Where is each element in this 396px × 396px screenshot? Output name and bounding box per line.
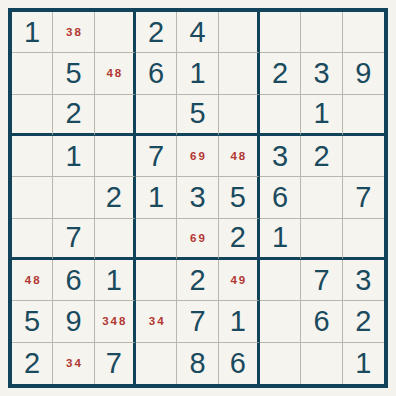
cell-r5c7[interactable]: 6 [260, 177, 301, 218]
cell-r5c8[interactable] [301, 177, 342, 218]
given-digit: 2 [65, 99, 81, 128]
cell-r5c4[interactable]: 1 [136, 177, 177, 218]
cell-r8c2[interactable]: 9 [53, 301, 94, 342]
cell-r7c2[interactable]: 6 [53, 260, 94, 301]
cell-r6c6[interactable]: 2 [219, 219, 260, 260]
cell-r7c1[interactable]: 48 [12, 260, 53, 301]
cell-r2c2[interactable]: 5 [53, 53, 94, 94]
cell-r2c1[interactable] [12, 53, 53, 94]
given-digit: 1 [148, 183, 164, 212]
given-digit: 7 [189, 307, 205, 336]
given-digit: 2 [272, 59, 288, 88]
cell-r1c4[interactable]: 2 [136, 12, 177, 53]
cell-r6c7[interactable]: 1 [260, 219, 301, 260]
given-digit: 6 [272, 183, 288, 212]
given-digit: 9 [65, 307, 81, 336]
cell-r3c7[interactable] [260, 95, 301, 136]
cell-r4c1[interactable] [12, 136, 53, 177]
pencil-marks: 34 [149, 315, 166, 327]
cell-r3c5[interactable]: 5 [177, 95, 218, 136]
cell-r1c8[interactable] [301, 12, 342, 53]
cell-r8c9[interactable]: 2 [343, 301, 384, 342]
cell-r7c8[interactable]: 7 [301, 260, 342, 301]
cell-r5c6[interactable]: 5 [219, 177, 260, 218]
cell-r6c3[interactable] [95, 219, 136, 260]
cell-r1c9[interactable] [343, 12, 384, 53]
cell-r3c6[interactable] [219, 95, 260, 136]
given-digit: 3 [313, 59, 329, 88]
cell-r2c9[interactable]: 9 [343, 53, 384, 94]
given-digit: 2 [313, 142, 329, 171]
cell-r9c8[interactable] [301, 343, 342, 384]
given-digit: 3 [272, 142, 288, 171]
cell-r9c3[interactable]: 7 [95, 343, 136, 384]
cell-r9c2[interactable]: 34 [53, 343, 94, 384]
cell-r4c8[interactable]: 2 [301, 136, 342, 177]
given-digit: 2 [24, 349, 40, 378]
cell-r4c3[interactable] [95, 136, 136, 177]
cell-r1c1[interactable]: 1 [12, 12, 53, 53]
cell-r2c5[interactable]: 1 [177, 53, 218, 94]
cell-r8c6[interactable]: 1 [219, 301, 260, 342]
cell-r8c1[interactable]: 5 [12, 301, 53, 342]
cell-r1c3[interactable] [95, 12, 136, 53]
cell-r3c2[interactable]: 2 [53, 95, 94, 136]
cell-r2c6[interactable] [219, 53, 260, 94]
given-digit: 9 [355, 59, 371, 88]
given-digit: 6 [148, 59, 164, 88]
given-digit: 7 [65, 223, 81, 252]
given-digit: 5 [189, 99, 205, 128]
cell-r9c1[interactable]: 2 [12, 343, 53, 384]
given-digit: 6 [230, 349, 246, 378]
cell-r3c8[interactable]: 1 [301, 95, 342, 136]
cell-r2c7[interactable]: 2 [260, 53, 301, 94]
cell-r4c7[interactable]: 3 [260, 136, 301, 177]
cell-r6c9[interactable] [343, 219, 384, 260]
cell-r5c2[interactable] [53, 177, 94, 218]
cell-r3c4[interactable] [136, 95, 177, 136]
given-digit: 1 [106, 266, 122, 295]
cell-r7c5[interactable]: 2 [177, 260, 218, 301]
pencil-marks: 38 [66, 26, 83, 38]
cell-r6c4[interactable] [136, 219, 177, 260]
cell-r9c7[interactable] [260, 343, 301, 384]
cell-r6c2[interactable]: 7 [53, 219, 94, 260]
given-digit: 3 [355, 266, 371, 295]
given-digit: 5 [230, 183, 246, 212]
given-digit: 2 [230, 223, 246, 252]
given-digit: 2 [355, 307, 371, 336]
cell-r8c4[interactable]: 34 [136, 301, 177, 342]
given-digit: 6 [65, 266, 81, 295]
cell-r7c9[interactable]: 3 [343, 260, 384, 301]
cell-r6c1[interactable] [12, 219, 53, 260]
given-digit: 3 [189, 183, 205, 212]
pencil-marks: 49 [230, 274, 247, 286]
cell-r1c5[interactable]: 4 [177, 12, 218, 53]
cell-r4c4[interactable]: 7 [136, 136, 177, 177]
cell-r7c3[interactable]: 1 [95, 260, 136, 301]
cell-r8c7[interactable] [260, 301, 301, 342]
cell-r9c6[interactable]: 6 [219, 343, 260, 384]
cell-r5c1[interactable] [12, 177, 53, 218]
cell-r1c7[interactable] [260, 12, 301, 53]
given-digit: 7 [313, 266, 329, 295]
pencil-marks: 348 [102, 315, 127, 327]
given-digit: 5 [24, 307, 40, 336]
cell-r4c5[interactable]: 69 [177, 136, 218, 177]
cell-r5c3[interactable]: 2 [95, 177, 136, 218]
given-digit: 1 [230, 307, 246, 336]
pencil-marks: 48 [106, 67, 123, 79]
cell-r4c2[interactable]: 1 [53, 136, 94, 177]
given-digit: 2 [189, 266, 205, 295]
given-digit: 8 [189, 349, 205, 378]
cell-r4c9[interactable] [343, 136, 384, 177]
cell-r3c1[interactable] [12, 95, 53, 136]
cell-r3c9[interactable] [343, 95, 384, 136]
cell-r3c3[interactable] [95, 95, 136, 136]
cell-r2c3[interactable]: 48 [95, 53, 136, 94]
cell-r6c8[interactable] [301, 219, 342, 260]
given-digit: 7 [355, 183, 371, 212]
cell-r1c6[interactable] [219, 12, 260, 53]
pencil-marks: 48 [25, 274, 42, 286]
given-digit: 4 [189, 18, 205, 47]
given-digit: 6 [313, 307, 329, 336]
pencil-marks: 69 [190, 232, 207, 244]
sudoku-page: { "game": "sudoku", "position": "1..24..… [0, 0, 396, 396]
given-digit: 1 [313, 99, 329, 128]
cell-r8c3[interactable]: 348 [95, 301, 136, 342]
cell-r8c8[interactable]: 6 [301, 301, 342, 342]
given-digit: 1 [272, 223, 288, 252]
pencil-marks: 69 [190, 150, 207, 162]
given-digit: 2 [106, 183, 122, 212]
cell-r5c5[interactable]: 3 [177, 177, 218, 218]
cell-r5c9[interactable]: 7 [343, 177, 384, 218]
given-digit: 1 [189, 59, 205, 88]
given-digit: 1 [24, 18, 40, 47]
pencil-marks: 34 [66, 357, 83, 369]
cell-r4c6[interactable]: 48 [219, 136, 260, 177]
given-digit: 5 [65, 59, 81, 88]
cell-r9c5[interactable]: 8 [177, 343, 218, 384]
given-digit: 2 [148, 18, 164, 47]
cell-r2c8[interactable]: 3 [301, 53, 342, 94]
cell-r9c9[interactable]: 1 [343, 343, 384, 384]
cell-r1c2[interactable]: 38 [53, 12, 94, 53]
cell-r8c5[interactable]: 7 [177, 301, 218, 342]
given-digit: 1 [65, 142, 81, 171]
sudoku-board: 1382454861239251176948322135677692148612… [8, 8, 388, 388]
given-digit: 7 [106, 349, 122, 378]
given-digit: 7 [148, 142, 164, 171]
cell-r7c6[interactable]: 49 [219, 260, 260, 301]
given-digit: 1 [355, 349, 371, 378]
cell-r6c5[interactable]: 69 [177, 219, 218, 260]
cell-r9c4[interactable] [136, 343, 177, 384]
cell-r7c7[interactable] [260, 260, 301, 301]
cell-r7c4[interactable] [136, 260, 177, 301]
pencil-marks: 48 [230, 150, 247, 162]
cell-r2c4[interactable]: 6 [136, 53, 177, 94]
